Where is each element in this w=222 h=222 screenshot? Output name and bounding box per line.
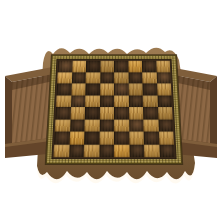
left-tray-outer-wall (5, 76, 12, 148)
square-b8[interactable] (72, 61, 86, 72)
square-e1[interactable] (114, 144, 129, 157)
square-h7[interactable] (156, 72, 171, 83)
square-g5[interactable] (143, 95, 158, 107)
square-h6[interactable] (157, 83, 172, 95)
square-e2[interactable] (114, 132, 129, 145)
square-g4[interactable] (143, 107, 158, 119)
square-d4[interactable] (99, 107, 114, 119)
square-a6[interactable] (57, 83, 72, 95)
square-b2[interactable] (69, 132, 84, 145)
square-c2[interactable] (84, 132, 99, 145)
square-c5[interactable] (85, 95, 100, 107)
square-c6[interactable] (85, 83, 99, 95)
right-tray-outer-wall (210, 76, 217, 148)
square-e4[interactable] (114, 107, 129, 119)
square-c1[interactable] (84, 144, 99, 157)
square-f3[interactable] (129, 119, 144, 131)
square-d1[interactable] (99, 144, 114, 157)
square-h1[interactable] (159, 144, 175, 157)
square-h2[interactable] (158, 132, 173, 145)
square-g1[interactable] (144, 144, 159, 157)
square-d5[interactable] (100, 95, 115, 107)
square-a4[interactable] (55, 107, 70, 119)
square-a3[interactable] (55, 119, 70, 131)
square-g7[interactable] (142, 72, 156, 83)
chess-box-photo (0, 0, 222, 222)
square-a5[interactable] (56, 95, 71, 107)
square-h4[interactable] (158, 107, 173, 119)
square-d7[interactable] (100, 72, 114, 83)
square-d6[interactable] (100, 83, 114, 95)
square-b1[interactable] (69, 144, 84, 157)
square-c4[interactable] (85, 107, 100, 119)
square-e7[interactable] (114, 72, 128, 83)
square-c7[interactable] (86, 72, 100, 83)
square-h3[interactable] (158, 119, 173, 131)
square-c8[interactable] (86, 61, 100, 72)
board-assembly (46, 55, 182, 164)
square-c3[interactable] (84, 119, 99, 131)
square-e6[interactable] (114, 83, 128, 95)
square-d3[interactable] (99, 119, 114, 131)
square-a7[interactable] (57, 72, 72, 83)
square-f7[interactable] (128, 72, 142, 83)
square-h8[interactable] (156, 61, 170, 72)
square-d2[interactable] (99, 132, 114, 145)
square-b7[interactable] (71, 72, 85, 83)
square-f6[interactable] (128, 83, 142, 95)
square-e8[interactable] (114, 61, 128, 72)
chessboard-grid (54, 61, 175, 157)
square-f2[interactable] (129, 132, 144, 145)
square-f8[interactable] (128, 61, 142, 72)
square-g3[interactable] (143, 119, 158, 131)
square-h5[interactable] (157, 95, 172, 107)
square-b6[interactable] (71, 83, 86, 95)
square-b4[interactable] (70, 107, 85, 119)
square-g8[interactable] (142, 61, 156, 72)
square-g2[interactable] (144, 132, 159, 145)
square-b3[interactable] (70, 119, 85, 131)
square-d8[interactable] (100, 61, 114, 72)
square-a8[interactable] (58, 61, 72, 72)
square-g6[interactable] (142, 83, 157, 95)
square-f5[interactable] (128, 95, 143, 107)
square-b5[interactable] (71, 95, 86, 107)
square-a1[interactable] (54, 144, 70, 157)
square-e5[interactable] (114, 95, 129, 107)
square-e3[interactable] (114, 119, 129, 131)
square-a2[interactable] (54, 132, 69, 145)
square-f1[interactable] (129, 144, 144, 157)
square-f4[interactable] (129, 107, 144, 119)
